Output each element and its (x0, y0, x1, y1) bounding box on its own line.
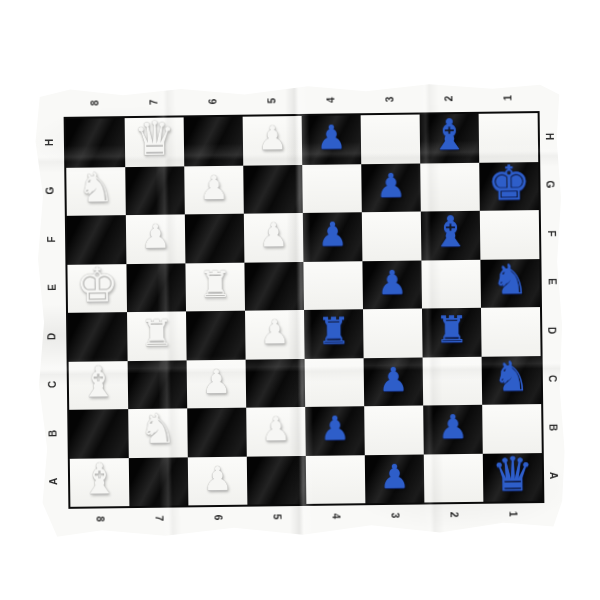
rank-label-bottom: 7 (129, 509, 188, 526)
blue-pawn: ♟ (320, 412, 350, 445)
blue-pawn: ♟ (378, 362, 408, 395)
file-label-left: B (43, 409, 64, 458)
blue-rook: ♜ (435, 311, 469, 348)
white-pawn: ♟ (201, 364, 231, 397)
square-d6 (186, 311, 246, 360)
square-c2 (423, 356, 483, 405)
white-bishop: ♝ (80, 458, 118, 500)
square-h3 (361, 115, 421, 164)
square-b3 (364, 406, 424, 455)
square-b8 (69, 409, 129, 458)
square-d2: ♜ (422, 308, 482, 357)
blue-knight: ♞ (492, 259, 529, 300)
square-c3: ♟ (364, 357, 424, 406)
rank-label-top: 1 (478, 89, 537, 106)
square-b5: ♟ (246, 407, 306, 456)
square-b6 (187, 408, 247, 457)
white-king: ♚ (75, 260, 119, 309)
square-a2 (424, 453, 484, 502)
square-h5: ♟ (243, 116, 303, 165)
blue-rook: ♜ (317, 312, 351, 349)
file-label-right: F (541, 209, 562, 258)
square-h1 (479, 113, 539, 162)
square-d1 (481, 307, 541, 356)
square-f8 (67, 215, 127, 264)
white-pawn: ♟ (199, 170, 229, 203)
file-label-right: G (540, 160, 561, 209)
file-label-left: E (41, 263, 62, 312)
square-f7: ♟ (126, 214, 186, 263)
square-d5: ♟ (245, 310, 305, 359)
square-a5 (247, 455, 307, 504)
square-c4 (305, 358, 365, 407)
square-h7: ♛ (125, 117, 185, 166)
chess-board: ♛♟♟♝♞♟♟♚♟♟♟♝♚♜♟♞♜♟♜♜♝♟♟♞♞♟♟♟♝♟♟♛ (64, 111, 545, 509)
square-h6 (184, 117, 244, 166)
square-h4: ♟ (302, 115, 362, 164)
file-label-left: D (42, 312, 63, 361)
square-d3 (363, 309, 423, 358)
square-e6: ♜ (185, 262, 245, 311)
file-label-left: C (43, 360, 64, 409)
square-g5 (243, 164, 303, 213)
file-label-left: H (40, 118, 61, 167)
blue-bishop: ♝ (431, 211, 469, 253)
square-h8 (66, 118, 126, 167)
file-label-left: F (41, 215, 62, 264)
square-c7 (128, 360, 188, 409)
square-g3: ♟ (361, 163, 421, 212)
blue-queen: ♛ (491, 450, 534, 498)
square-a3: ♟ (365, 454, 425, 503)
file-label-right: C (543, 354, 564, 403)
square-g4 (302, 164, 362, 213)
file-label-right: H (540, 112, 561, 161)
rank-label-bottom: 1 (483, 505, 542, 522)
rank-label-top: 3 (360, 91, 419, 108)
white-queen: ♛ (133, 115, 176, 163)
square-f4: ♟ (303, 212, 363, 261)
rank-label-bottom: 6 (188, 509, 247, 526)
square-e4 (303, 261, 363, 310)
square-c8: ♝ (69, 361, 129, 410)
square-e5 (244, 261, 304, 310)
rank-label-bottom: 4 (306, 507, 365, 524)
square-d4: ♜ (304, 309, 364, 358)
square-f2: ♝ (421, 211, 481, 260)
square-f3 (362, 212, 422, 261)
file-label-left: G (40, 166, 61, 215)
square-b4: ♟ (305, 406, 365, 455)
square-e8: ♚ (67, 264, 127, 313)
blue-king: ♚ (487, 158, 531, 207)
white-rook: ♜ (140, 314, 174, 351)
square-a7 (129, 457, 189, 506)
white-knight: ♞ (139, 409, 176, 450)
square-b7: ♞ (128, 408, 188, 457)
rank-label-bottom: 8 (70, 510, 129, 527)
blue-pawn: ♟ (318, 218, 348, 251)
square-e7 (126, 263, 186, 312)
file-label-left: A (44, 457, 65, 506)
square-a4 (306, 455, 366, 504)
chess-mat: ♛♟♟♝♞♟♟♚♟♟♟♝♚♜♟♞♜♟♜♜♝♟♟♞♞♟♟♟♝♟♟♛ 8765432… (33, 81, 566, 539)
white-pawn: ♟ (260, 315, 290, 348)
white-knight: ♞ (77, 167, 114, 208)
square-g6: ♟ (184, 165, 244, 214)
rank-label-top: 8 (65, 94, 124, 111)
file-label-right: E (541, 257, 562, 306)
blue-pawn: ♟ (377, 265, 407, 298)
white-bishop: ♝ (79, 361, 117, 403)
square-a1: ♛ (483, 453, 543, 502)
square-b1 (482, 404, 542, 453)
square-g8: ♞ (66, 167, 126, 216)
white-pawn: ♟ (203, 461, 233, 494)
coordinate-labels: 8765432187654321HGFEDCBAHGFEDCBA (33, 81, 561, 87)
rank-label-top: 7 (124, 93, 183, 110)
square-d8 (68, 312, 128, 361)
rank-label-top: 6 (183, 93, 242, 110)
blue-pawn: ♟ (380, 459, 410, 492)
blue-pawn: ♟ (376, 168, 406, 201)
rank-label-top: 5 (242, 92, 301, 109)
square-g7 (125, 166, 185, 215)
file-label-right: B (543, 403, 564, 452)
blue-pawn: ♟ (316, 121, 346, 154)
rank-label-top: 2 (419, 90, 478, 107)
square-g1: ♚ (479, 162, 539, 211)
white-pawn: ♟ (261, 412, 291, 445)
white-pawn: ♟ (141, 220, 171, 253)
photo-stage: ♛♟♟♝♞♟♟♚♟♟♟♝♚♜♟♞♜♟♜♜♝♟♟♞♞♟♟♟♝♟♟♛ 8765432… (0, 0, 600, 600)
blue-pawn: ♟ (438, 410, 468, 443)
square-d7: ♜ (127, 311, 187, 360)
white-rook: ♜ (198, 265, 232, 302)
white-pawn: ♟ (259, 218, 289, 251)
rank-label-bottom: 2 (424, 506, 483, 523)
square-a6: ♟ (188, 456, 248, 505)
file-label-right: A (544, 451, 565, 500)
square-e3: ♟ (362, 260, 422, 309)
square-c6: ♟ (187, 359, 247, 408)
rank-label-bottom: 5 (247, 508, 306, 525)
white-pawn: ♟ (257, 121, 287, 154)
square-c5 (246, 358, 306, 407)
square-f1 (480, 210, 540, 259)
square-a8: ♝ (70, 458, 130, 507)
square-e2 (421, 259, 481, 308)
square-e1: ♞ (480, 259, 540, 308)
square-c1: ♞ (482, 356, 542, 405)
rank-label-top: 4 (301, 91, 360, 108)
file-label-right: D (542, 306, 563, 355)
square-b2: ♟ (423, 405, 483, 454)
square-h2: ♝ (420, 114, 480, 163)
square-f6 (185, 214, 245, 263)
blue-bishop: ♝ (430, 114, 468, 156)
square-f5: ♟ (244, 213, 304, 262)
blue-knight: ♞ (493, 356, 530, 397)
rank-label-bottom: 3 (365, 506, 424, 523)
square-g2 (420, 162, 480, 211)
